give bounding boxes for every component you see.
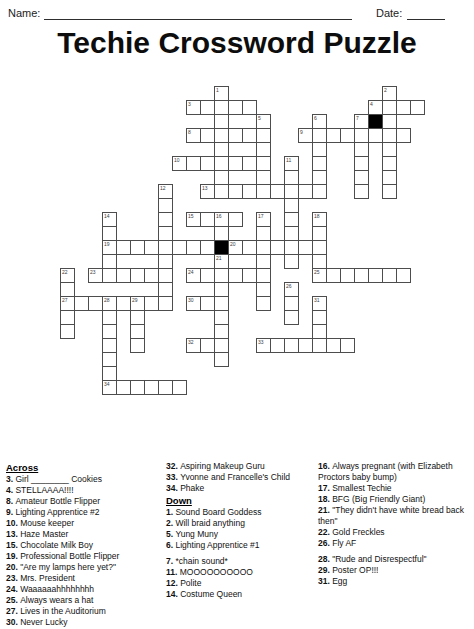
- grid-cell[interactable]: [214, 268, 229, 283]
- grid-cell[interactable]: [354, 128, 369, 143]
- cell-number: 22: [62, 269, 68, 275]
- cell-number: 24: [188, 269, 194, 275]
- grid-cell[interactable]: [382, 142, 397, 157]
- across-clues-header: Across: [6, 461, 164, 474]
- grid-cell[interactable]: [60, 310, 75, 325]
- date-input-line[interactable]: [407, 7, 445, 20]
- grid-cell[interactable]: [102, 310, 117, 325]
- cell-number: 12: [160, 185, 166, 191]
- grid-cell[interactable]: [144, 268, 159, 283]
- clue-column-3: 16. Always pregnant (with Elizabeth Proc…: [318, 461, 468, 587]
- grid-cell[interactable]: [214, 310, 229, 325]
- grid-cell[interactable]: 20: [228, 240, 243, 255]
- cell-number: 7: [356, 115, 359, 121]
- cell-number: 8: [188, 129, 191, 135]
- grid-cell[interactable]: [158, 282, 173, 297]
- grid-cell[interactable]: [256, 226, 271, 241]
- grid-cell[interactable]: 2: [382, 86, 397, 101]
- clue-item-15: 15. Chocolate Milk Boy: [6, 540, 164, 551]
- grid-cell[interactable]: [256, 128, 271, 143]
- grid-cell[interactable]: [74, 296, 89, 311]
- grid-cell[interactable]: [354, 268, 369, 283]
- grid-cell[interactable]: [200, 100, 215, 115]
- clue-column-2: 32. Aspiring Makeup Guru33. Yvonne and F…: [166, 461, 312, 600]
- grid-cell[interactable]: [382, 128, 397, 143]
- grid-cell[interactable]: [354, 156, 369, 171]
- grid-cell[interactable]: [256, 142, 271, 157]
- grid-cell[interactable]: [284, 198, 299, 213]
- grid-cell[interactable]: [228, 212, 243, 227]
- grid-cell[interactable]: 19: [102, 240, 117, 255]
- cell-number: 1: [216, 87, 219, 93]
- grid-cell[interactable]: [396, 128, 411, 143]
- grid-cell[interactable]: [284, 212, 299, 227]
- grid-cell[interactable]: [214, 170, 229, 185]
- grid-cell[interactable]: 26: [284, 282, 299, 297]
- grid-cell[interactable]: [130, 324, 145, 339]
- grid-cell[interactable]: [312, 184, 327, 199]
- grid-cell[interactable]: [130, 240, 145, 255]
- clue-item-23: 23. Mrs. President: [6, 573, 164, 584]
- grid-cell[interactable]: [200, 296, 215, 311]
- cell-number: 34: [104, 381, 110, 387]
- clue-item-2: 2. Will braid anything: [166, 518, 312, 529]
- grid-cell[interactable]: [116, 240, 131, 255]
- grid-cell[interactable]: [270, 338, 285, 353]
- grid-cell[interactable]: [214, 324, 229, 339]
- grid-cell[interactable]: [256, 240, 271, 255]
- grid-cell[interactable]: 28: [102, 296, 117, 311]
- clue-item-14: 14. Costume Queen: [166, 589, 312, 600]
- grid-cell-black: [214, 240, 229, 255]
- grid-cell[interactable]: [312, 142, 327, 157]
- grid-cell[interactable]: [312, 254, 327, 269]
- cell-number: 4: [370, 101, 373, 107]
- cell-number: 23: [90, 269, 96, 275]
- grid-cell[interactable]: [256, 170, 271, 185]
- clue-item-19: 19. Professional Bottle Flipper: [6, 551, 164, 562]
- cell-number: 32: [188, 339, 194, 345]
- cell-number: 13: [202, 185, 208, 191]
- grid-cell[interactable]: 3: [186, 100, 201, 115]
- grid-cell[interactable]: [158, 268, 173, 283]
- cell-number: 26: [286, 283, 292, 289]
- grid-cell[interactable]: 22: [60, 268, 75, 283]
- grid-cell[interactable]: [242, 240, 257, 255]
- grid-cell[interactable]: [130, 338, 145, 353]
- grid-cell[interactable]: [144, 296, 159, 311]
- grid-cell[interactable]: [144, 240, 159, 255]
- grid-cell[interactable]: [256, 282, 271, 297]
- grid-cell[interactable]: 11: [284, 156, 299, 171]
- cell-number: 30: [188, 297, 194, 303]
- clue-item-7: 7. *chain sound*: [166, 556, 312, 567]
- grid-cell[interactable]: [242, 100, 257, 115]
- clue-item-3: 3. Girl ________ Cookies: [6, 474, 164, 485]
- grid-cell[interactable]: [116, 380, 131, 395]
- grid-cell[interactable]: [116, 296, 131, 311]
- grid-cell[interactable]: 14: [102, 212, 117, 227]
- grid-cell[interactable]: [214, 114, 229, 129]
- grid-cell[interactable]: [158, 240, 173, 255]
- name-input-line[interactable]: [44, 7, 352, 20]
- cell-number: 17: [258, 213, 264, 219]
- grid-cell[interactable]: [354, 184, 369, 199]
- grid-cell[interactable]: 16: [214, 212, 229, 227]
- clue-item-6: 6. Lighting Apprentice #1: [166, 540, 312, 551]
- grid-cell[interactable]: [130, 380, 145, 395]
- grid-cell[interactable]: [256, 296, 271, 311]
- grid-cell[interactable]: 10: [172, 156, 187, 171]
- grid-cell[interactable]: [382, 114, 397, 129]
- grid-cell[interactable]: [102, 324, 117, 339]
- grid-cell[interactable]: 15: [186, 212, 201, 227]
- grid-cell[interactable]: [158, 380, 173, 395]
- grid-cell[interactable]: [144, 380, 159, 395]
- grid-cell[interactable]: 27: [60, 296, 75, 311]
- clue-item-28: 28. "Rude and Disrespectful": [318, 554, 468, 565]
- grid-cell[interactable]: [158, 296, 173, 311]
- grid-cell[interactable]: [326, 128, 341, 143]
- grid-cell[interactable]: [312, 226, 327, 241]
- grid-cell[interactable]: 34: [102, 380, 117, 395]
- grid-cell[interactable]: [130, 310, 145, 325]
- grid-cell[interactable]: [312, 156, 327, 171]
- grid-cell[interactable]: [214, 338, 229, 353]
- grid-cell[interactable]: 33: [256, 338, 271, 353]
- clue-item-1: 1. Sound Board Goddess: [166, 507, 312, 518]
- name-label: Name:: [8, 7, 40, 19]
- cell-number: 20: [230, 241, 236, 247]
- cell-number: 25: [314, 269, 320, 275]
- grid-cell[interactable]: [200, 212, 215, 227]
- grid-cell[interactable]: [270, 240, 285, 255]
- clue-item-16: 16. Always pregnant (with Elizabeth Proc…: [318, 461, 468, 483]
- grid-cell[interactable]: 7: [354, 114, 369, 129]
- grid-cell[interactable]: [214, 296, 229, 311]
- clue-item-21: 21. "They didn't have white bread back t…: [318, 505, 468, 527]
- grid-cell[interactable]: [312, 170, 327, 185]
- clue-item-13: 13. Haze Master: [6, 529, 164, 540]
- grid-cell[interactable]: [256, 254, 271, 269]
- grid-cell[interactable]: 17: [256, 212, 271, 227]
- grid-cell[interactable]: [298, 240, 313, 255]
- grid-cell[interactable]: [102, 366, 117, 381]
- grid-cell[interactable]: [298, 184, 313, 199]
- grid-cell[interactable]: [158, 254, 173, 269]
- cell-number: 29: [132, 297, 138, 303]
- grid-cell[interactable]: [284, 310, 299, 325]
- grid-cell[interactable]: [354, 142, 369, 157]
- grid-cell[interactable]: 8: [186, 128, 201, 143]
- grid-cell[interactable]: [228, 184, 243, 199]
- grid-cell[interactable]: [410, 100, 425, 115]
- cell-number: 16: [216, 213, 222, 219]
- grid-cell[interactable]: [200, 338, 215, 353]
- grid-cell[interactable]: [340, 128, 355, 143]
- grid-cell[interactable]: [158, 212, 173, 227]
- grid-cell[interactable]: 4: [368, 100, 383, 115]
- grid-cell[interactable]: [298, 338, 313, 353]
- cell-number: 5: [258, 115, 261, 121]
- grid-cell[interactable]: [312, 310, 327, 325]
- grid-cell[interactable]: 21: [214, 254, 229, 269]
- grid-cell[interactable]: [200, 128, 215, 143]
- grid-cell[interactable]: [172, 380, 187, 395]
- grid-cell[interactable]: [312, 338, 327, 353]
- grid-cell[interactable]: [116, 268, 131, 283]
- grid-cell[interactable]: [214, 184, 229, 199]
- grid-cell[interactable]: [284, 226, 299, 241]
- cell-number: 3: [188, 101, 191, 107]
- cell-number: 2: [384, 87, 387, 93]
- cell-number: 28: [104, 297, 110, 303]
- grid-cell[interactable]: [242, 156, 257, 171]
- grid-cell[interactable]: [382, 156, 397, 171]
- grid-cell[interactable]: [102, 268, 117, 283]
- grid-cell[interactable]: [312, 240, 327, 255]
- grid-cell[interactable]: [214, 142, 229, 157]
- grid-cell[interactable]: [214, 156, 229, 171]
- clue-item-25: 25. Always wears a hat: [6, 595, 164, 606]
- clue-item-27: 27. Lives in the Auditorium: [6, 606, 164, 617]
- clue-item-33: 33. Yvonne and Francelle's Child: [166, 472, 312, 483]
- grid-cell[interactable]: 23: [88, 268, 103, 283]
- grid-cell[interactable]: [382, 268, 397, 283]
- cell-number: 6: [314, 115, 317, 121]
- grid-cell[interactable]: 13: [200, 184, 215, 199]
- grid-cell[interactable]: 30: [186, 296, 201, 311]
- grid-cell[interactable]: [382, 170, 397, 185]
- grid-cell[interactable]: [200, 240, 215, 255]
- grid-cell[interactable]: 31: [312, 296, 327, 311]
- grid-cell[interactable]: [130, 268, 145, 283]
- grid-cell[interactable]: 9: [298, 128, 313, 143]
- grid-cell[interactable]: [284, 296, 299, 311]
- cell-number: 19: [104, 241, 110, 247]
- grid-cell[interactable]: [396, 268, 411, 283]
- cell-number: 27: [62, 297, 68, 303]
- clue-item-29: 29. Poster OP!!!: [318, 565, 468, 576]
- grid-cell[interactable]: 24: [186, 268, 201, 283]
- grid-cell[interactable]: [186, 156, 201, 171]
- grid-cell[interactable]: [228, 100, 243, 115]
- grid-cell[interactable]: [88, 296, 103, 311]
- grid-cell[interactable]: [186, 240, 201, 255]
- grid-cell[interactable]: [102, 338, 117, 353]
- grid-cell[interactable]: 6: [312, 114, 327, 129]
- grid-cell[interactable]: [214, 100, 229, 115]
- grid-cell[interactable]: [242, 128, 257, 143]
- grid-cell[interactable]: [284, 254, 299, 269]
- down-clues-header: Down: [166, 494, 312, 507]
- cell-number: 21: [216, 255, 222, 261]
- grid-cell[interactable]: [214, 128, 229, 143]
- grid-cell[interactable]: [158, 198, 173, 213]
- grid-cell[interactable]: [200, 268, 215, 283]
- grid-cell[interactable]: [228, 128, 243, 143]
- clue-item-10: 10. Mouse keeper: [6, 518, 164, 529]
- clue-item-32: 32. Aspiring Makeup Guru: [166, 461, 312, 472]
- cell-number: 33: [258, 339, 264, 345]
- grid-cell[interactable]: [102, 254, 117, 269]
- grid-cell[interactable]: [312, 128, 327, 143]
- clue-item-20: 20. "Are my lamps here yet?": [6, 562, 164, 573]
- grid-cell[interactable]: [284, 240, 299, 255]
- grid-cell[interactable]: [284, 338, 299, 353]
- grid-cell[interactable]: 29: [130, 296, 145, 311]
- grid-cell[interactable]: [228, 156, 243, 171]
- grid-cell[interactable]: [396, 100, 411, 115]
- cell-number: 10: [174, 157, 180, 163]
- grid-cell[interactable]: 18: [312, 212, 327, 227]
- clue-item-12: 12. Polite: [166, 578, 312, 589]
- grid-cell[interactable]: [368, 268, 383, 283]
- grid-cell[interactable]: [284, 170, 299, 185]
- grid-cell[interactable]: [214, 226, 229, 241]
- clue-item-4: 4. STELLAAAA!!!!: [6, 485, 164, 496]
- page-title: Techie Crossword Puzzle: [0, 26, 474, 60]
- grid-cell[interactable]: [158, 226, 173, 241]
- grid-cell[interactable]: [368, 128, 383, 143]
- grid-cell[interactable]: [326, 268, 341, 283]
- cell-number: 15: [188, 213, 194, 219]
- grid-cell[interactable]: [256, 268, 271, 283]
- clue-item-8: 8. Amateur Bottle Flipper: [6, 496, 164, 507]
- grid-cell[interactable]: [340, 268, 355, 283]
- grid-cell[interactable]: [102, 226, 117, 241]
- grid-cell[interactable]: [340, 338, 355, 353]
- grid-cell[interactable]: [172, 240, 187, 255]
- grid-cell[interactable]: [228, 268, 243, 283]
- grid-cell[interactable]: 25: [312, 268, 327, 283]
- clue-item-11: 11. MOOOOOOOOOO: [166, 567, 312, 578]
- clue-item-24: 24. Waaaaaahhhhhhhh: [6, 584, 164, 595]
- crossword-grid: 1234567891011121314151617181920212223242…: [60, 86, 425, 395]
- clue-item-22: 22. Gold Freckles: [318, 527, 468, 538]
- grid-cell[interactable]: [242, 268, 257, 283]
- cell-number: 31: [314, 297, 320, 303]
- grid-cell[interactable]: 32: [186, 338, 201, 353]
- clue-item-18: 18. BFG (Big Friendly Giant): [318, 494, 468, 505]
- grid-cell[interactable]: [382, 100, 397, 115]
- grid-cell[interactable]: [200, 156, 215, 171]
- grid-cell[interactable]: [312, 324, 327, 339]
- grid-cell[interactable]: [284, 184, 299, 199]
- grid-cell[interactable]: [256, 156, 271, 171]
- grid-cell[interactable]: [326, 338, 341, 353]
- clue-item-34: 34. Phake: [166, 483, 312, 494]
- grid-cell[interactable]: [214, 282, 229, 297]
- grid-cell[interactable]: [242, 184, 257, 199]
- grid-cell[interactable]: [256, 184, 271, 199]
- grid-cell[interactable]: 12: [158, 184, 173, 199]
- cell-number: 14: [104, 213, 110, 219]
- grid-cell[interactable]: [102, 352, 117, 367]
- cell-number: 11: [286, 157, 291, 163]
- clue-item-9: 9. Lighting Apprentice #2: [6, 507, 164, 518]
- cell-number: 9: [300, 129, 303, 135]
- grid-cell[interactable]: [382, 184, 397, 199]
- date-label: Date:: [376, 7, 402, 19]
- grid-cell[interactable]: [214, 352, 229, 367]
- clue-item-31: 31. Egg: [318, 576, 468, 587]
- clue-item-5: 5. Yung Muny: [166, 529, 312, 540]
- grid-cell[interactable]: [270, 184, 285, 199]
- grid-cell[interactable]: 1: [214, 86, 229, 101]
- clue-item-26: 26. Fly AF: [318, 538, 468, 549]
- clue-column-1: Across3. Girl ________ Cookies4. STELLAA…: [6, 461, 164, 628]
- clue-item-30: 30. Never Lucky: [6, 617, 164, 628]
- grid-cell[interactable]: [60, 324, 75, 339]
- grid-cell[interactable]: [60, 282, 75, 297]
- clue-item-17: 17. Smallest Techie: [318, 483, 468, 494]
- cell-number: 18: [314, 213, 320, 219]
- grid-cell[interactable]: 5: [256, 114, 271, 129]
- grid-cell[interactable]: [354, 170, 369, 185]
- grid-cell-black: [368, 114, 383, 129]
